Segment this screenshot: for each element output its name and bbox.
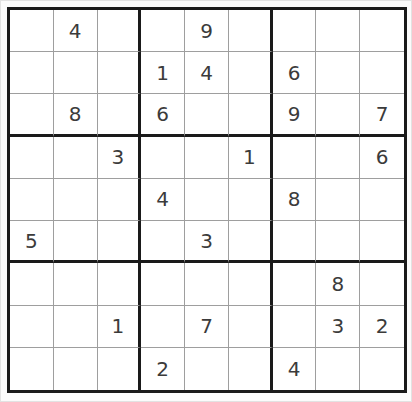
cell-r5c2[interactable] xyxy=(54,179,98,221)
cell-r7c6[interactable] xyxy=(229,263,273,305)
given-digit-r3c9[interactable]: 7 xyxy=(360,94,404,136)
sudoku-page: 49146869731648538173224 xyxy=(0,0,412,402)
given-digit-r3c4[interactable]: 6 xyxy=(141,94,185,136)
cell-r2c1[interactable] xyxy=(10,52,54,94)
cell-r5c8[interactable] xyxy=(316,179,360,221)
cell-r5c9[interactable] xyxy=(360,179,404,221)
cell-r1c7[interactable] xyxy=(273,10,317,52)
cell-r6c6[interactable] xyxy=(229,221,273,263)
given-digit-r9c4[interactable]: 2 xyxy=(141,348,185,390)
given-digit-r3c7[interactable]: 9 xyxy=(273,94,317,136)
cell-r6c9[interactable] xyxy=(360,221,404,263)
cell-r8c2[interactable] xyxy=(54,306,98,348)
cell-r9c9[interactable] xyxy=(360,348,404,390)
cell-r2c2[interactable] xyxy=(54,52,98,94)
cell-r1c4[interactable] xyxy=(141,10,185,52)
cell-r3c8[interactable] xyxy=(316,94,360,136)
cell-r5c6[interactable] xyxy=(229,179,273,221)
given-digit-r8c8[interactable]: 3 xyxy=(316,306,360,348)
given-digit-r8c9[interactable]: 2 xyxy=(360,306,404,348)
cell-r7c9[interactable] xyxy=(360,263,404,305)
cell-r9c1[interactable] xyxy=(10,348,54,390)
given-digit-r4c3[interactable]: 3 xyxy=(98,137,142,179)
given-digit-r2c5[interactable]: 4 xyxy=(185,52,229,94)
cell-r9c6[interactable] xyxy=(229,348,273,390)
sudoku-board: 49146869731648538173224 xyxy=(7,7,407,393)
cell-r4c5[interactable] xyxy=(185,137,229,179)
cell-r5c5[interactable] xyxy=(185,179,229,221)
cell-r7c2[interactable] xyxy=(54,263,98,305)
cell-r9c5[interactable] xyxy=(185,348,229,390)
cell-r4c1[interactable] xyxy=(10,137,54,179)
cell-r3c3[interactable] xyxy=(98,94,142,136)
given-digit-r4c6[interactable]: 1 xyxy=(229,137,273,179)
cell-r4c4[interactable] xyxy=(141,137,185,179)
cell-r1c1[interactable] xyxy=(10,10,54,52)
cell-r9c8[interactable] xyxy=(316,348,360,390)
cell-r9c2[interactable] xyxy=(54,348,98,390)
cell-r1c8[interactable] xyxy=(316,10,360,52)
cell-r6c8[interactable] xyxy=(316,221,360,263)
given-digit-r3c2[interactable]: 8 xyxy=(54,94,98,136)
cell-r7c1[interactable] xyxy=(10,263,54,305)
cell-r1c3[interactable] xyxy=(98,10,142,52)
cell-r8c4[interactable] xyxy=(141,306,185,348)
given-digit-r9c7[interactable]: 4 xyxy=(273,348,317,390)
given-digit-r2c4[interactable]: 1 xyxy=(141,52,185,94)
given-digit-r7c8[interactable]: 8 xyxy=(316,263,360,305)
cell-r2c6[interactable] xyxy=(229,52,273,94)
given-digit-r2c7[interactable]: 6 xyxy=(273,52,317,94)
given-digit-r8c5[interactable]: 7 xyxy=(185,306,229,348)
given-digit-r1c2[interactable]: 4 xyxy=(54,10,98,52)
cell-r6c3[interactable] xyxy=(98,221,142,263)
cell-r2c9[interactable] xyxy=(360,52,404,94)
cell-r5c3[interactable] xyxy=(98,179,142,221)
cell-r7c3[interactable] xyxy=(98,263,142,305)
cell-r8c6[interactable] xyxy=(229,306,273,348)
cell-r7c4[interactable] xyxy=(141,263,185,305)
given-digit-r8c3[interactable]: 1 xyxy=(98,306,142,348)
given-digit-r4c9[interactable]: 6 xyxy=(360,137,404,179)
cell-r1c9[interactable] xyxy=(360,10,404,52)
cell-r6c7[interactable] xyxy=(273,221,317,263)
cell-r6c2[interactable] xyxy=(54,221,98,263)
cell-r8c7[interactable] xyxy=(273,306,317,348)
given-digit-r6c1[interactable]: 5 xyxy=(10,221,54,263)
cell-r1c6[interactable] xyxy=(229,10,273,52)
cell-r8c1[interactable] xyxy=(10,306,54,348)
given-digit-r1c5[interactable]: 9 xyxy=(185,10,229,52)
cell-r7c7[interactable] xyxy=(273,263,317,305)
cell-r3c5[interactable] xyxy=(185,94,229,136)
cell-r6c4[interactable] xyxy=(141,221,185,263)
cell-r4c8[interactable] xyxy=(316,137,360,179)
given-digit-r5c4[interactable]: 4 xyxy=(141,179,185,221)
cell-r3c1[interactable] xyxy=(10,94,54,136)
cell-r2c8[interactable] xyxy=(316,52,360,94)
cell-r3c6[interactable] xyxy=(229,94,273,136)
cell-r4c2[interactable] xyxy=(54,137,98,179)
cell-r9c3[interactable] xyxy=(98,348,142,390)
cell-r4c7[interactable] xyxy=(273,137,317,179)
given-digit-r6c5[interactable]: 3 xyxy=(185,221,229,263)
cell-r2c3[interactable] xyxy=(98,52,142,94)
cell-r7c5[interactable] xyxy=(185,263,229,305)
given-digit-r5c7[interactable]: 8 xyxy=(273,179,317,221)
cell-r5c1[interactable] xyxy=(10,179,54,221)
